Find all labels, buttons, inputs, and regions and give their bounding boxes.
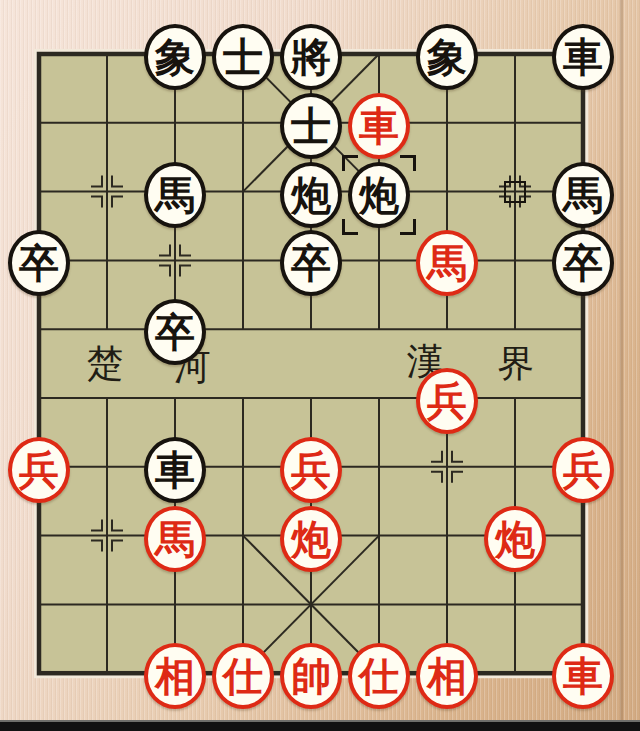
piece-red-general-e10[interactable]: 帥 <box>280 643 342 709</box>
piece-red-cannon-h8[interactable]: 炮 <box>484 506 546 572</box>
last-move-origin-marker <box>504 181 526 203</box>
piece-red-elephant-c10[interactable]: 相 <box>144 643 206 709</box>
piece-black-chariot-c7[interactable]: 車 <box>144 437 206 503</box>
piece-red-soldier-i7[interactable]: 兵 <box>552 437 614 503</box>
piece-red-elephant-g10[interactable]: 相 <box>416 643 478 709</box>
piece-red-chariot-f2[interactable]: 車 <box>348 93 410 159</box>
piece-black-advisor-d1[interactable]: 士 <box>212 24 274 90</box>
piece-red-soldier-a7[interactable]: 兵 <box>8 437 70 503</box>
piece-red-soldier-e7[interactable]: 兵 <box>280 437 342 503</box>
piece-black-cannon-e3[interactable]: 炮 <box>280 162 342 228</box>
piece-black-cannon-f3[interactable]: 炮 <box>348 162 410 228</box>
river-label-jie: 界 <box>498 345 535 382</box>
piece-black-soldier-i4[interactable]: 卒 <box>552 230 614 296</box>
piece-red-horse-c8[interactable]: 馬 <box>144 506 206 572</box>
piece-black-advisor-e2[interactable]: 士 <box>280 93 342 159</box>
xiangqi-board[interactable]: 楚 河 漢 界 象士將象車士車馬炮炮馬卒卒馬卒卒兵兵車兵兵馬炮炮相仕帥仕相車 <box>0 0 640 731</box>
piece-red-horse-g4[interactable]: 馬 <box>416 230 478 296</box>
xiangqi-app: 楚 河 漢 界 象士將象車士車馬炮炮馬卒卒馬卒卒兵兵車兵兵馬炮炮相仕帥仕相車 <box>0 0 640 731</box>
piece-black-elephant-g1[interactable]: 象 <box>416 24 478 90</box>
river-label-chu: 楚 <box>87 345 124 382</box>
piece-red-advisor-f10[interactable]: 仕 <box>348 643 410 709</box>
piece-black-soldier-c5[interactable]: 卒 <box>144 299 206 365</box>
piece-red-soldier-g6[interactable]: 兵 <box>416 368 478 434</box>
piece-red-advisor-d10[interactable]: 仕 <box>212 643 274 709</box>
piece-red-chariot-i10[interactable]: 車 <box>552 643 614 709</box>
piece-black-general-e1[interactable]: 將 <box>280 24 342 90</box>
piece-black-soldier-a4[interactable]: 卒 <box>8 230 70 296</box>
wood-groove <box>620 0 623 731</box>
piece-black-chariot-i1[interactable]: 車 <box>552 24 614 90</box>
piece-black-horse-i3[interactable]: 馬 <box>552 162 614 228</box>
piece-red-cannon-e8[interactable]: 炮 <box>280 506 342 572</box>
piece-black-horse-c3[interactable]: 馬 <box>144 162 206 228</box>
bottom-bar <box>0 720 640 731</box>
piece-black-soldier-e4[interactable]: 卒 <box>280 230 342 296</box>
piece-black-elephant-c1[interactable]: 象 <box>144 24 206 90</box>
